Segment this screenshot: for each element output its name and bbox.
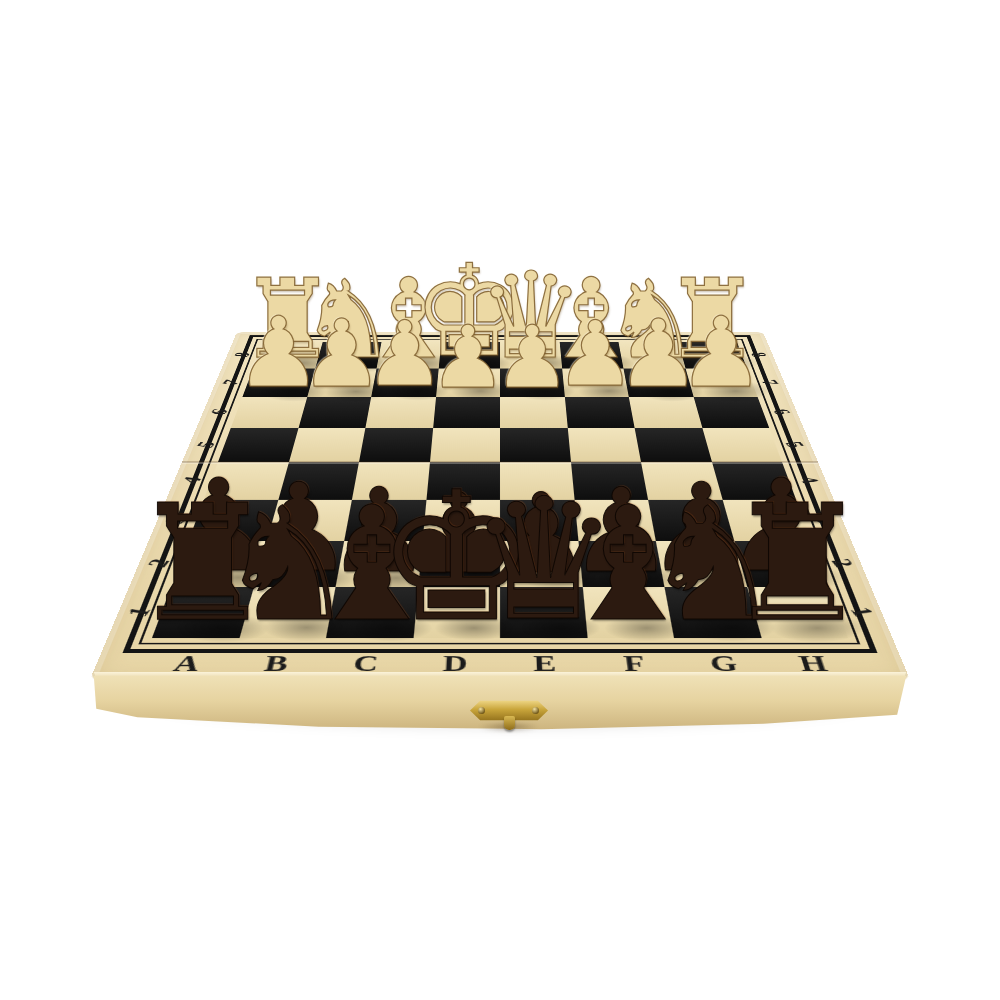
rank-label: 1: [845, 605, 878, 618]
rank-label: 8: [230, 352, 253, 358]
rank-label: 2: [827, 558, 858, 569]
square-c4: [352, 462, 430, 499]
square-g4: [641, 462, 722, 499]
square-d3: [422, 499, 500, 540]
square-b7: [307, 368, 377, 397]
file-label: A: [171, 653, 203, 675]
square-d1: [413, 587, 500, 638]
square-c5: [359, 428, 433, 462]
square-f3: [574, 499, 656, 540]
brass-clasp: [470, 698, 548, 732]
square-a4: [204, 462, 289, 499]
square-f5: [567, 428, 641, 462]
square-a8: [253, 342, 322, 368]
square-e5: [500, 428, 571, 462]
file-label: F: [622, 653, 646, 675]
square-g3: [648, 499, 734, 540]
fold-seam-highlight: [181, 463, 818, 464]
rank-label: 7: [757, 379, 781, 386]
playing-grid: [152, 342, 848, 638]
file-label: D: [442, 653, 468, 675]
chess-board: ABCDEFGH1122334455667788: [90, 332, 911, 680]
square-h7: [685, 368, 757, 397]
square-g8: [618, 342, 685, 368]
square-e1: [500, 587, 587, 638]
rank-label: 1: [122, 605, 155, 618]
square-h5: [702, 428, 782, 462]
square-b1: [239, 587, 336, 638]
file-label: B: [262, 653, 290, 675]
square-e4: [500, 462, 574, 499]
rank-label: 3: [810, 515, 840, 525]
rank-label: 5: [192, 440, 219, 448]
square-c6: [365, 397, 435, 428]
rank-label: 2: [142, 558, 173, 569]
square-f8: [559, 342, 623, 368]
square-d7: [436, 368, 500, 397]
square-h6: [693, 397, 769, 428]
rank-label: 7: [218, 379, 242, 386]
rank-label: 3: [161, 515, 191, 525]
square-b2: [253, 541, 344, 587]
square-d2: [418, 541, 500, 587]
square-c8: [377, 342, 441, 368]
square-d4: [426, 462, 500, 499]
square-f7: [562, 368, 629, 397]
square-e7: [500, 368, 564, 397]
clasp-screw: [532, 707, 539, 714]
rank-label: 5: [781, 440, 808, 448]
square-e8: [500, 342, 562, 368]
square-d6: [433, 397, 500, 428]
square-a1: [152, 587, 253, 638]
square-a6: [231, 397, 307, 428]
square-b8: [315, 342, 382, 368]
square-e6: [500, 397, 567, 428]
square-a5: [218, 428, 298, 462]
product-photo-scene: ABCDEFGH1122334455667788 ♜♞♝♚♛♝♞♜♟♟♟♟♟♟♟…: [0, 0, 1000, 1000]
rank-label: 6: [769, 408, 794, 416]
square-c1: [326, 587, 418, 638]
square-c3: [344, 499, 426, 540]
square-h4: [712, 462, 797, 499]
square-f4: [571, 462, 649, 499]
square-c7: [371, 368, 438, 397]
square-h8: [678, 342, 747, 368]
rank-label: 4: [795, 476, 823, 485]
square-g6: [629, 397, 702, 428]
square-g7: [623, 368, 693, 397]
square-d5: [430, 428, 501, 462]
square-h1: [747, 587, 848, 638]
file-label: C: [352, 653, 380, 675]
square-f6: [564, 397, 634, 428]
square-b3: [266, 499, 352, 540]
square-g1: [664, 587, 761, 638]
square-b5: [289, 428, 366, 462]
square-e3: [500, 499, 578, 540]
rank-label: 6: [206, 408, 231, 416]
square-b4: [278, 462, 359, 499]
square-b6: [298, 397, 371, 428]
square-g5: [635, 428, 712, 462]
clasp-screw: [478, 707, 485, 714]
file-label: H: [796, 653, 830, 675]
rank-label: 4: [177, 476, 205, 485]
square-d8: [438, 342, 500, 368]
square-g2: [656, 541, 747, 587]
square-a7: [242, 368, 314, 397]
square-f2: [578, 541, 665, 587]
square-h2: [734, 541, 829, 587]
clasp-tongue: [504, 716, 515, 730]
square-c2: [336, 541, 423, 587]
square-h3: [722, 499, 812, 540]
file-label: G: [708, 653, 740, 675]
square-e2: [500, 541, 582, 587]
square-f1: [582, 587, 674, 638]
rank-label: 8: [747, 352, 770, 358]
square-a2: [171, 541, 266, 587]
square-a3: [188, 499, 278, 540]
file-label: E: [533, 653, 557, 675]
